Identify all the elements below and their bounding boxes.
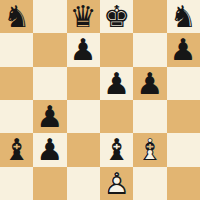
square-c2[interactable]: [67, 133, 100, 166]
square-f1[interactable]: [167, 167, 200, 200]
square-a4[interactable]: [0, 67, 33, 100]
black-pawn-icon[interactable]: ♟: [137, 67, 164, 100]
square-c6[interactable]: ♛: [67, 0, 100, 33]
square-a6[interactable]: ♞: [0, 0, 33, 33]
square-c1[interactable]: [67, 167, 100, 200]
black-knight-icon[interactable]: ♞: [170, 0, 197, 33]
square-e6[interactable]: [133, 0, 166, 33]
square-b2[interactable]: ♟: [33, 133, 66, 166]
square-e3[interactable]: [133, 100, 166, 133]
black-pawn-icon[interactable]: ♟: [170, 33, 197, 66]
square-d1[interactable]: ♟♙: [100, 167, 133, 200]
black-knight-icon[interactable]: ♞: [3, 0, 30, 33]
white-pawn-icon[interactable]: ♙: [100, 167, 133, 200]
square-d4[interactable]: ♟: [100, 67, 133, 100]
black-king-icon[interactable]: ♚: [103, 0, 130, 33]
square-c4[interactable]: [67, 67, 100, 100]
square-b1[interactable]: [33, 167, 66, 200]
black-pawn-icon[interactable]: ♟: [37, 133, 64, 166]
square-f4[interactable]: [167, 67, 200, 100]
black-queen-icon[interactable]: ♛: [70, 0, 97, 33]
black-pawn-icon[interactable]: ♟: [70, 33, 97, 66]
square-f5[interactable]: ♟: [167, 33, 200, 66]
square-f3[interactable]: [167, 100, 200, 133]
square-b4[interactable]: [33, 67, 66, 100]
square-d5[interactable]: [100, 33, 133, 66]
square-c5[interactable]: ♟: [67, 33, 100, 66]
square-b3[interactable]: ♟: [33, 100, 66, 133]
black-pawn-icon[interactable]: ♟: [37, 100, 64, 133]
black-bishop-icon[interactable]: ♝: [3, 133, 30, 166]
square-d3[interactable]: [100, 100, 133, 133]
black-bishop-icon[interactable]: ♝: [103, 133, 130, 166]
square-f2[interactable]: [167, 133, 200, 166]
chess-board-wrap: ♞♛♚♞♟♟♟♟♟♝♟♝♝♗♟♙: [0, 0, 200, 200]
square-b5[interactable]: [33, 33, 66, 66]
square-a2[interactable]: ♝: [0, 133, 33, 166]
square-e5[interactable]: [133, 33, 166, 66]
square-b6[interactable]: [33, 0, 66, 33]
square-e4[interactable]: ♟: [133, 67, 166, 100]
square-f6[interactable]: ♞: [167, 0, 200, 33]
square-d2[interactable]: ♝: [100, 133, 133, 166]
square-e2[interactable]: ♝♗: [133, 133, 166, 166]
chess-board: ♞♛♚♞♟♟♟♟♟♝♟♝♝♗♟♙: [0, 0, 200, 200]
square-c3[interactable]: [67, 100, 100, 133]
square-a1[interactable]: [0, 167, 33, 200]
square-a3[interactable]: [0, 100, 33, 133]
square-a5[interactable]: [0, 33, 33, 66]
square-e1[interactable]: [133, 167, 166, 200]
black-pawn-icon[interactable]: ♟: [103, 67, 130, 100]
square-d6[interactable]: ♚: [100, 0, 133, 33]
white-bishop-icon[interactable]: ♗: [133, 133, 166, 166]
